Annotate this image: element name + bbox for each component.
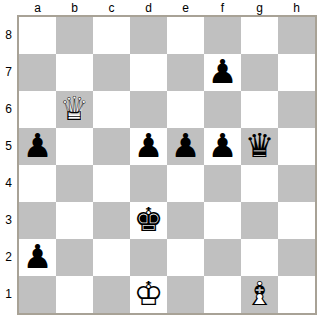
square-a1[interactable] bbox=[19, 276, 56, 313]
black-pawn[interactable]: ♟ bbox=[204, 54, 241, 91]
square-e8[interactable] bbox=[167, 17, 204, 54]
square-d2[interactable] bbox=[130, 239, 167, 276]
chess-board: ♟♛♕♟♟♟♟♛♚♟♚♔♝♗ bbox=[17, 15, 317, 315]
square-f8[interactable] bbox=[204, 17, 241, 54]
square-g8[interactable] bbox=[241, 17, 278, 54]
square-c3[interactable] bbox=[93, 202, 130, 239]
square-b4[interactable] bbox=[56, 165, 93, 202]
square-h2[interactable] bbox=[278, 239, 315, 276]
square-e7[interactable] bbox=[167, 54, 204, 91]
square-h6[interactable] bbox=[278, 91, 315, 128]
square-g4[interactable] bbox=[241, 165, 278, 202]
square-h7[interactable] bbox=[278, 54, 315, 91]
square-a7[interactable] bbox=[19, 54, 56, 91]
square-a2[interactable]: ♟ bbox=[19, 239, 56, 276]
square-f3[interactable] bbox=[204, 202, 241, 239]
square-g2[interactable] bbox=[241, 239, 278, 276]
square-g3[interactable] bbox=[241, 202, 278, 239]
black-king[interactable]: ♚ bbox=[130, 202, 167, 239]
square-h1[interactable] bbox=[278, 276, 315, 313]
black-pawn[interactable]: ♟ bbox=[19, 128, 56, 165]
black-pawn[interactable]: ♟ bbox=[204, 128, 241, 165]
square-h3[interactable] bbox=[278, 202, 315, 239]
file-label-a: a bbox=[19, 0, 56, 16]
rank-label-5: 5 bbox=[0, 128, 17, 165]
chess-diagram: abcdefgh 87654321 ♟♛♕♟♟♟♟♛♚♟♚♔♝♗ bbox=[0, 0, 320, 320]
square-a8[interactable] bbox=[19, 17, 56, 54]
square-a4[interactable] bbox=[19, 165, 56, 202]
square-c2[interactable] bbox=[93, 239, 130, 276]
square-b2[interactable] bbox=[56, 239, 93, 276]
square-c1[interactable] bbox=[93, 276, 130, 313]
file-label-b: b bbox=[56, 0, 93, 16]
file-label-c: c bbox=[93, 0, 130, 16]
square-f6[interactable] bbox=[204, 91, 241, 128]
file-label-f: f bbox=[204, 0, 241, 16]
square-c8[interactable] bbox=[93, 17, 130, 54]
white-king[interactable]: ♚♔ bbox=[130, 276, 167, 313]
square-e4[interactable] bbox=[167, 165, 204, 202]
piece-outline: ♕ bbox=[56, 91, 93, 128]
square-h8[interactable] bbox=[278, 17, 315, 54]
square-e1[interactable] bbox=[167, 276, 204, 313]
square-b6[interactable]: ♛♕ bbox=[56, 91, 93, 128]
square-f2[interactable] bbox=[204, 239, 241, 276]
square-f1[interactable] bbox=[204, 276, 241, 313]
square-f7[interactable]: ♟ bbox=[204, 54, 241, 91]
black-pawn[interactable]: ♟ bbox=[130, 128, 167, 165]
rank-labels: 87654321 bbox=[0, 17, 17, 313]
square-c6[interactable] bbox=[93, 91, 130, 128]
square-a5[interactable]: ♟ bbox=[19, 128, 56, 165]
file-label-d: d bbox=[130, 0, 167, 16]
file-label-e: e bbox=[167, 0, 204, 16]
square-d3[interactable]: ♚ bbox=[130, 202, 167, 239]
square-h5[interactable] bbox=[278, 128, 315, 165]
square-e5[interactable]: ♟ bbox=[167, 128, 204, 165]
square-f5[interactable]: ♟ bbox=[204, 128, 241, 165]
square-b3[interactable] bbox=[56, 202, 93, 239]
square-a6[interactable] bbox=[19, 91, 56, 128]
file-labels: abcdefgh bbox=[19, 0, 315, 15]
square-d7[interactable] bbox=[130, 54, 167, 91]
square-d1[interactable]: ♚♔ bbox=[130, 276, 167, 313]
square-d6[interactable] bbox=[130, 91, 167, 128]
black-pawn[interactable]: ♟ bbox=[167, 128, 204, 165]
black-pawn[interactable]: ♟ bbox=[19, 239, 56, 276]
square-g5[interactable]: ♛ bbox=[241, 128, 278, 165]
square-e6[interactable] bbox=[167, 91, 204, 128]
square-c4[interactable] bbox=[93, 165, 130, 202]
file-label-h: h bbox=[278, 0, 315, 16]
square-a3[interactable] bbox=[19, 202, 56, 239]
rank-label-7: 7 bbox=[0, 54, 17, 91]
piece-outline: ♗ bbox=[241, 276, 278, 313]
square-f4[interactable] bbox=[204, 165, 241, 202]
square-b5[interactable] bbox=[56, 128, 93, 165]
rank-label-2: 2 bbox=[0, 239, 17, 276]
white-queen[interactable]: ♛♕ bbox=[56, 91, 93, 128]
square-b8[interactable] bbox=[56, 17, 93, 54]
square-e2[interactable] bbox=[167, 239, 204, 276]
square-g6[interactable] bbox=[241, 91, 278, 128]
rank-label-3: 3 bbox=[0, 202, 17, 239]
square-b1[interactable] bbox=[56, 276, 93, 313]
square-b7[interactable] bbox=[56, 54, 93, 91]
square-c5[interactable] bbox=[93, 128, 130, 165]
rank-label-1: 1 bbox=[0, 276, 17, 313]
square-e3[interactable] bbox=[167, 202, 204, 239]
square-d8[interactable] bbox=[130, 17, 167, 54]
square-h4[interactable] bbox=[278, 165, 315, 202]
rank-label-8: 8 bbox=[0, 17, 17, 54]
square-c7[interactable] bbox=[93, 54, 130, 91]
piece-outline: ♔ bbox=[130, 276, 167, 313]
square-d4[interactable] bbox=[130, 165, 167, 202]
rank-label-6: 6 bbox=[0, 91, 17, 128]
square-g7[interactable] bbox=[241, 54, 278, 91]
black-queen[interactable]: ♛ bbox=[241, 128, 278, 165]
file-label-g: g bbox=[241, 0, 278, 16]
square-d5[interactable]: ♟ bbox=[130, 128, 167, 165]
rank-label-4: 4 bbox=[0, 165, 17, 202]
square-g1[interactable]: ♝♗ bbox=[241, 276, 278, 313]
white-bishop[interactable]: ♝♗ bbox=[241, 276, 278, 313]
